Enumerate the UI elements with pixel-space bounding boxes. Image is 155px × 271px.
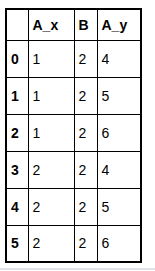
window-bottom-edge	[0, 268, 155, 270]
cell-r3-b: 2	[74, 151, 97, 188]
cell-r5-b: 2	[74, 225, 97, 262]
table-row-4: 4 2 2 5	[6, 188, 141, 225]
cell-r3-a-y: 4	[97, 151, 141, 188]
row-index-0: 0	[6, 40, 28, 77]
cell-r2-a-x: 1	[28, 114, 74, 151]
table-row-3: 3 2 2 4	[6, 151, 141, 188]
cell-r0-b: 2	[74, 40, 97, 77]
dataframe-table: A_x B A_y 0 1 2 4 1 1 2 5 2 1 2 6	[5, 8, 142, 263]
cell-r2-b: 2	[74, 114, 97, 151]
cell-r2-a-y: 6	[97, 114, 141, 151]
cell-r4-b: 2	[74, 188, 97, 225]
table-row-0: 0 1 2 4	[6, 40, 141, 77]
row-index-2: 2	[6, 114, 28, 151]
row-index-3: 3	[6, 151, 28, 188]
table-row-5: 5 2 2 6	[6, 225, 141, 262]
cell-r4-a-y: 5	[97, 188, 141, 225]
cell-r0-a-x: 1	[28, 40, 74, 77]
column-header-a-x: A_x	[28, 9, 74, 40]
row-index-5: 5	[6, 225, 28, 262]
table-row-1: 1 1 2 5	[6, 77, 141, 114]
row-index-1: 1	[6, 77, 28, 114]
row-index-4: 4	[6, 188, 28, 225]
cell-r3-a-x: 2	[28, 151, 74, 188]
cell-r1-b: 2	[74, 77, 97, 114]
table-row-2: 2 1 2 6	[6, 114, 141, 151]
column-header-a-y: A_y	[97, 9, 141, 40]
cell-r5-a-y: 6	[97, 225, 141, 262]
cell-r0-a-y: 4	[97, 40, 141, 77]
cell-r1-a-y: 5	[97, 77, 141, 114]
header-row: A_x B A_y	[6, 9, 141, 40]
screenshot-root: A_x B A_y 0 1 2 4 1 1 2 5 2 1 2 6	[0, 0, 155, 271]
index-corner-cell	[6, 9, 28, 40]
cell-r4-a-x: 2	[28, 188, 74, 225]
cell-r5-a-x: 2	[28, 225, 74, 262]
column-header-b: B	[74, 9, 97, 40]
cell-r1-a-x: 1	[28, 77, 74, 114]
